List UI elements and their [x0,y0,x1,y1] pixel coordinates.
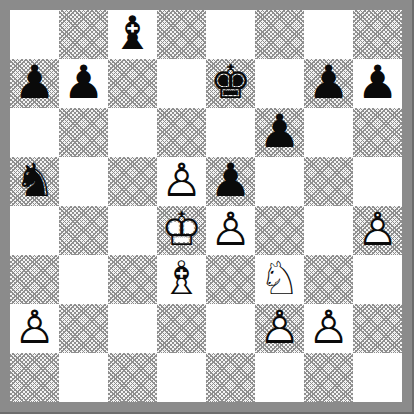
square-d2[interactable] [157,304,206,353]
square-g5[interactable] [304,157,353,206]
piece-white-pawn[interactable]: ♟♙ [157,157,206,206]
piece-black-pawn[interactable]: ♟ [353,59,402,108]
square-c8[interactable]: ♝ [108,10,157,59]
piece-black-knight[interactable]: ♞ [10,157,59,206]
white-pawn-outline-glyph: ♙ [157,157,206,203]
square-b1[interactable] [59,353,108,402]
piece-black-king[interactable]: ♚ [206,59,255,108]
piece-black-pawn[interactable]: ♟ [10,59,59,108]
square-h4[interactable]: ♟♙ [353,206,402,255]
piece-white-pawn[interactable]: ♟♙ [304,304,353,353]
square-b5[interactable] [59,157,108,206]
white-king-fill-glyph: ♚ [157,206,206,252]
black-king-glyph: ♚ [206,59,255,105]
square-b3[interactable] [59,255,108,304]
square-g1[interactable] [304,353,353,402]
square-e8[interactable] [206,10,255,59]
square-a1[interactable] [10,353,59,402]
square-a4[interactable] [10,206,59,255]
square-a3[interactable] [10,255,59,304]
square-h8[interactable] [353,10,402,59]
square-a2[interactable]: ♟♙ [10,304,59,353]
black-pawn-glyph: ♟ [304,59,353,105]
piece-white-pawn[interactable]: ♟♙ [255,304,304,353]
piece-white-knight[interactable]: ♞♘ [255,255,304,304]
square-c1[interactable] [108,353,157,402]
square-c2[interactable] [108,304,157,353]
square-e4[interactable]: ♟♙ [206,206,255,255]
square-d3[interactable]: ♝♗ [157,255,206,304]
square-f4[interactable] [255,206,304,255]
white-pawn-outline-glyph: ♙ [255,304,304,350]
square-g2[interactable]: ♟♙ [304,304,353,353]
square-f6[interactable]: ♟ [255,108,304,157]
square-e7[interactable]: ♚ [206,59,255,108]
white-knight-fill-glyph: ♞ [255,255,304,301]
square-d8[interactable] [157,10,206,59]
piece-black-pawn[interactable]: ♟ [304,59,353,108]
black-pawn-glyph: ♟ [255,108,304,154]
square-g6[interactable] [304,108,353,157]
square-c3[interactable] [108,255,157,304]
piece-white-pawn[interactable]: ♟♙ [206,206,255,255]
square-d7[interactable] [157,59,206,108]
white-bishop-outline-glyph: ♗ [157,255,206,301]
white-pawn-outline-glyph: ♙ [353,206,402,252]
square-f3[interactable]: ♞♘ [255,255,304,304]
square-h1[interactable] [353,353,402,402]
square-b8[interactable] [59,10,108,59]
square-d4[interactable]: ♚♔ [157,206,206,255]
square-e5[interactable]: ♟ [206,157,255,206]
square-e2[interactable] [206,304,255,353]
piece-white-pawn[interactable]: ♟♙ [10,304,59,353]
piece-black-bishop[interactable]: ♝ [108,10,157,59]
white-pawn-fill-glyph: ♟ [157,157,206,203]
piece-white-king[interactable]: ♚♔ [157,206,206,255]
square-e3[interactable] [206,255,255,304]
square-e1[interactable] [206,353,255,402]
square-c6[interactable] [108,108,157,157]
square-g4[interactable] [304,206,353,255]
square-g8[interactable] [304,10,353,59]
square-c4[interactable] [108,206,157,255]
square-f7[interactable] [255,59,304,108]
white-bishop-fill-glyph: ♝ [157,255,206,301]
black-knight-glyph: ♞ [10,157,59,203]
black-pawn-glyph: ♟ [10,59,59,105]
square-d1[interactable] [157,353,206,402]
white-pawn-fill-glyph: ♟ [255,304,304,350]
square-h2[interactable] [353,304,402,353]
white-pawn-fill-glyph: ♟ [10,304,59,350]
black-bishop-glyph: ♝ [108,10,157,56]
white-knight-outline-glyph: ♘ [255,255,304,301]
chess-board: ♝♟♟♚♟♟♟♞♟♙♟♚♔♟♙♟♙♝♗♞♘♟♙♟♙♟♙ [10,10,402,402]
white-pawn-outline-glyph: ♙ [206,206,255,252]
square-h3[interactable] [353,255,402,304]
white-pawn-outline-glyph: ♙ [10,304,59,350]
square-f5[interactable] [255,157,304,206]
square-f8[interactable] [255,10,304,59]
piece-white-pawn[interactable]: ♟♙ [353,206,402,255]
square-f1[interactable] [255,353,304,402]
square-b4[interactable] [59,206,108,255]
white-pawn-fill-glyph: ♟ [206,206,255,252]
piece-white-bishop[interactable]: ♝♗ [157,255,206,304]
white-pawn-fill-glyph: ♟ [353,206,402,252]
square-d6[interactable] [157,108,206,157]
white-pawn-outline-glyph: ♙ [304,304,353,350]
piece-black-pawn[interactable]: ♟ [255,108,304,157]
piece-black-pawn[interactable]: ♟ [59,59,108,108]
square-b7[interactable]: ♟ [59,59,108,108]
square-a5[interactable]: ♞ [10,157,59,206]
square-h5[interactable] [353,157,402,206]
square-g7[interactable]: ♟ [304,59,353,108]
square-a6[interactable] [10,108,59,157]
white-king-outline-glyph: ♔ [157,206,206,252]
piece-black-pawn[interactable]: ♟ [206,157,255,206]
square-h7[interactable]: ♟ [353,59,402,108]
square-c7[interactable] [108,59,157,108]
square-a7[interactable]: ♟ [10,59,59,108]
square-a8[interactable] [10,10,59,59]
black-pawn-glyph: ♟ [59,59,108,105]
square-c5[interactable] [108,157,157,206]
square-b2[interactable] [59,304,108,353]
square-b6[interactable] [59,108,108,157]
square-g3[interactable] [304,255,353,304]
black-pawn-glyph: ♟ [206,157,255,203]
square-f2[interactable]: ♟♙ [255,304,304,353]
white-pawn-fill-glyph: ♟ [304,304,353,350]
board-frame: ♝♟♟♚♟♟♟♞♟♙♟♚♔♟♙♟♙♝♗♞♘♟♙♟♙♟♙ [0,0,414,414]
black-pawn-glyph: ♟ [353,59,402,105]
square-h6[interactable] [353,108,402,157]
square-e6[interactable] [206,108,255,157]
square-d5[interactable]: ♟♙ [157,157,206,206]
